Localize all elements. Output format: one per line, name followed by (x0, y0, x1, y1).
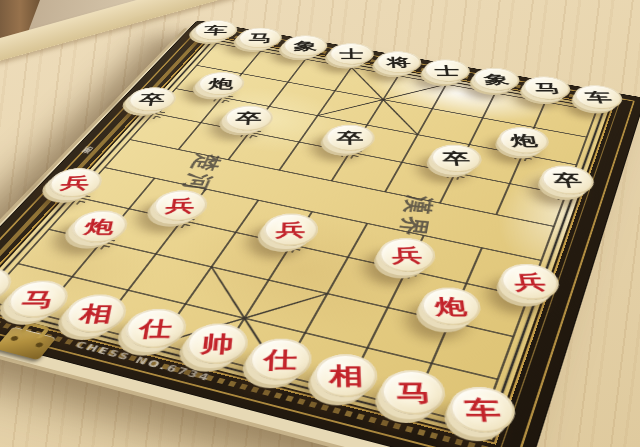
piece-character: 卒 (552, 172, 584, 188)
piece-character: 炮 (509, 133, 539, 147)
piece-character: 马 (395, 380, 431, 404)
piece-black-general-e10[interactable]: 将 (376, 51, 423, 73)
piece-character: 炮 (83, 218, 116, 235)
piece-character: 车 (584, 91, 614, 104)
piece-red-general-e1[interactable]: 帅 (184, 324, 249, 364)
piece-black-soldier-c7[interactable]: 卒 (224, 106, 274, 131)
piece-red-advisor-d1[interactable]: 仕 (122, 309, 188, 348)
piece-black-advisor-d10[interactable]: 士 (329, 43, 374, 64)
piece-character: 仕 (138, 318, 174, 339)
piece-character: 兵 (276, 221, 306, 238)
piece-character: 卒 (235, 111, 262, 125)
piece-character: 兵 (59, 175, 91, 191)
piece-character: 兵 (513, 272, 548, 291)
piece-black-soldier-a7[interactable]: 卒 (126, 87, 178, 111)
piece-character: 马 (19, 289, 56, 309)
piece-character: 相 (78, 303, 114, 324)
piece-red-cannon-h3[interactable]: 炮 (420, 288, 483, 326)
piece-character: 卒 (138, 93, 166, 106)
piece-character: 象 (293, 40, 317, 51)
piece-character: 帅 (200, 333, 235, 355)
piece-character: 象 (483, 73, 510, 85)
piece-character: 仕 (263, 348, 297, 371)
piece-character: 马 (533, 82, 561, 95)
piece-red-elephant-g1[interactable]: 相 (314, 354, 378, 397)
piece-character: 马 (248, 32, 272, 43)
piece-black-soldier-g7[interactable]: 卒 (429, 145, 483, 173)
piece-red-horse-h1[interactable]: 马 (380, 370, 447, 414)
piece-character: 炮 (208, 77, 234, 89)
piece-character: 兵 (391, 246, 423, 264)
piece-red-soldier-g4[interactable]: 兵 (378, 238, 437, 272)
piece-red-soldier-a4[interactable]: 兵 (45, 168, 104, 197)
piece-character: 士 (434, 65, 460, 77)
piece-black-soldier-e7[interactable]: 卒 (326, 125, 376, 151)
piece-character: 卒 (442, 151, 471, 166)
piece-black-elephant-c10[interactable]: 象 (283, 35, 327, 56)
piece-black-cannon-h8[interactable]: 炮 (497, 127, 552, 153)
piece-character: 炮 (434, 296, 468, 316)
piece-red-advisor-f1[interactable]: 仕 (248, 339, 311, 381)
piece-red-cannon-b3[interactable]: 炮 (68, 211, 130, 243)
piece-red-soldier-c4[interactable]: 兵 (151, 190, 209, 221)
piece-character: 卒 (337, 131, 364, 145)
piece-character: 相 (329, 364, 363, 387)
piece-character: 士 (340, 48, 364, 60)
piece-black-cannon-b8[interactable]: 炮 (197, 72, 246, 95)
scene: 楚河 漢界 车马象士将士象马车炮炮卒卒卒卒卒兵兵兵兵兵炮炮车马相仕帅仕相马车 C… (0, 0, 640, 447)
piece-character: 车 (463, 397, 501, 422)
piece-character: 将 (386, 56, 411, 68)
piece-red-soldier-e4[interactable]: 兵 (263, 214, 318, 246)
piece-character: 兵 (165, 197, 196, 214)
piece-character: 车 (203, 25, 228, 36)
